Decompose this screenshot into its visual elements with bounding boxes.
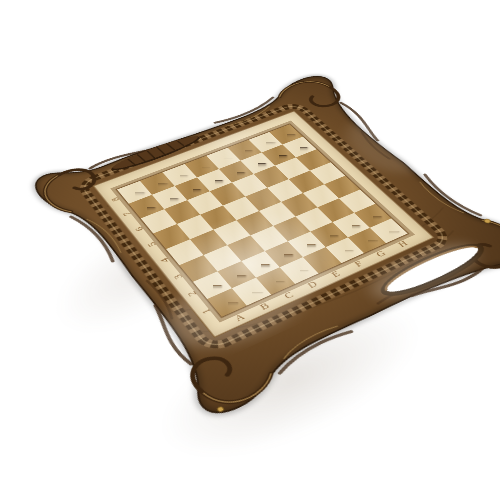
- pieces-layer: ♜♞♟♝♟♚♟♛♟♝♟♞♟♜♟♟♟♟♜♟♞♟♝♟♚♟♛♟♝♟♞♜: [15, 65, 500, 435]
- chess-case: 87654321 ABCDEFGH ♜♞♟♝♟♚♟♛♟♝♟♞♟♜♟♟♟♟♜♟♞♟…: [15, 65, 500, 435]
- product-photo: 87654321 ABCDEFGH ♜♞♟♝♟♚♟♛♟♝♟♞♟♜♟♟♟♟♜♟♞♟…: [0, 0, 500, 500]
- rook-glyph: ♜: [187, 264, 267, 307]
